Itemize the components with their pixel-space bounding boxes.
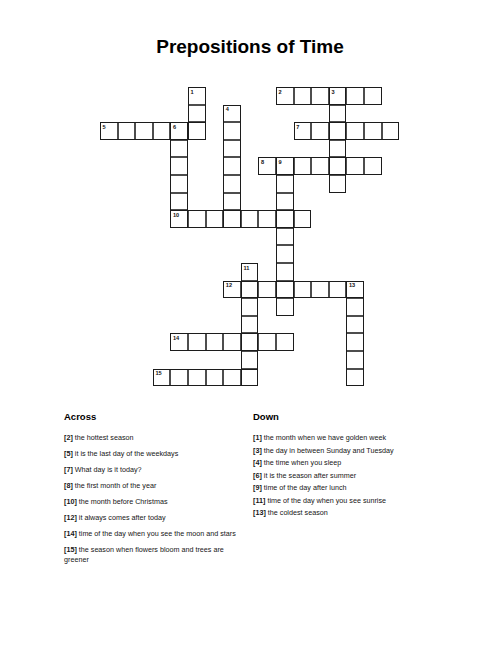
- cell-r2c3[interactable]: [153, 122, 171, 140]
- cell-r10c8[interactable]: 11: [241, 263, 259, 281]
- cell-r13c14[interactable]: [346, 316, 364, 334]
- cell-r11c11[interactable]: [294, 281, 312, 299]
- clue-number-label: [7]: [64, 465, 73, 474]
- cell-r14c10[interactable]: [276, 333, 294, 351]
- cell-number-15: 15: [155, 370, 161, 376]
- cell-r12c10[interactable]: [276, 298, 294, 316]
- cell-r4c11[interactable]: [294, 157, 312, 175]
- clue-across-10: [10] the month before Christmas: [64, 497, 236, 507]
- cell-r5c4[interactable]: [170, 175, 188, 193]
- cell-number-5: 5: [103, 124, 106, 130]
- cell-r3c4[interactable]: [170, 140, 188, 158]
- cell-r2c15[interactable]: [364, 122, 382, 140]
- cell-r14c8[interactable]: [241, 333, 259, 351]
- cell-number-1: 1: [191, 89, 194, 95]
- clue-number-label: [11]: [253, 496, 265, 505]
- clue-down-3: [3] the day in between Sunday and Tuesda…: [253, 446, 439, 456]
- cell-r0c5[interactable]: 1: [188, 87, 206, 105]
- cell-r4c13[interactable]: [329, 157, 347, 175]
- cell-r7c6[interactable]: [206, 210, 224, 228]
- cell-r7c7[interactable]: [223, 210, 241, 228]
- cell-r7c8[interactable]: [241, 210, 259, 228]
- cell-r3c13[interactable]: [329, 140, 347, 158]
- cell-r12c14[interactable]: [346, 298, 364, 316]
- cell-r11c9[interactable]: [258, 281, 276, 299]
- clue-across-12: [12] it always comes after today: [64, 513, 236, 523]
- cell-r7c4[interactable]: 10: [170, 210, 188, 228]
- clue-down-11: [11] time of the day when you see sunris…: [253, 496, 439, 506]
- clue-number-label: [4]: [253, 458, 262, 467]
- cell-r16c5[interactable]: [188, 369, 206, 387]
- cell-r4c10[interactable]: 9: [276, 157, 294, 175]
- cell-r4c12[interactable]: [311, 157, 329, 175]
- cell-r11c10[interactable]: [276, 281, 294, 299]
- clue-number-label: [5]: [64, 449, 73, 458]
- across-clue-list: [2] the hottest season[5] it is the last…: [64, 433, 236, 564]
- cell-r13c8[interactable]: [241, 316, 259, 334]
- cell-r1c13[interactable]: [329, 105, 347, 123]
- clue-number-label: [9]: [253, 483, 262, 492]
- clue-number-label: [3]: [253, 446, 262, 455]
- cell-r5c10[interactable]: [276, 175, 294, 193]
- cell-r2c14[interactable]: [346, 122, 364, 140]
- cell-r0c10[interactable]: 2: [276, 87, 294, 105]
- cell-r4c14[interactable]: [346, 157, 364, 175]
- cell-r2c13[interactable]: [329, 122, 347, 140]
- clue-across-5: [5] it is the last day of the weekdays: [64, 449, 236, 459]
- across-header: Across: [64, 411, 236, 422]
- cell-r2c7[interactable]: [223, 122, 241, 140]
- cell-r7c10[interactable]: [276, 210, 294, 228]
- clue-down-13: [13] the coldest season: [253, 508, 439, 518]
- cell-number-8: 8: [261, 159, 264, 165]
- clue-across-8: [8] the first month of the year: [64, 481, 236, 491]
- cell-r2c2[interactable]: [135, 122, 153, 140]
- cell-r15c14[interactable]: [346, 351, 364, 369]
- cell-r16c8[interactable]: [241, 369, 259, 387]
- worksheet-page: Prepositions of Time 1234567891011121314…: [0, 0, 500, 647]
- cell-r7c5[interactable]: [188, 210, 206, 228]
- clue-number-label: [1]: [253, 433, 262, 442]
- cell-number-6: 6: [173, 124, 176, 130]
- cell-r2c16[interactable]: [382, 122, 400, 140]
- cell-r6c4[interactable]: [170, 193, 188, 211]
- cell-r11c14[interactable]: 13: [346, 281, 364, 299]
- clue-number-label: [8]: [64, 481, 73, 490]
- clue-down-9: [9] time of the day after lunch: [253, 483, 439, 493]
- cell-r4c9[interactable]: 8: [258, 157, 276, 175]
- clue-across-2: [2] the hottest season: [64, 433, 236, 443]
- clue-number-label: [10]: [64, 497, 77, 506]
- cell-r1c5[interactable]: [188, 105, 206, 123]
- clue-number-label: [14]: [64, 529, 77, 538]
- cell-r2c4[interactable]: 6: [170, 122, 188, 140]
- cell-r9c10[interactable]: [276, 245, 294, 263]
- cell-r0c12[interactable]: [311, 87, 329, 105]
- cell-r6c10[interactable]: [276, 193, 294, 211]
- cell-r11c8[interactable]: [241, 281, 259, 299]
- clue-across-7: [7] What day is it today?: [64, 465, 236, 475]
- clue-number-label: [13]: [253, 508, 266, 517]
- cell-r16c6[interactable]: [206, 369, 224, 387]
- cell-r0c13[interactable]: 3: [329, 87, 347, 105]
- clue-number-label: [12]: [64, 513, 77, 522]
- cell-r0c15[interactable]: [364, 87, 382, 105]
- clue-across-15: [15] the season when flowers bloom and t…: [64, 545, 236, 564]
- crossword-board: 123456789101112131415: [100, 87, 400, 387]
- clue-down-6: [6] it is the season after summer: [253, 471, 439, 481]
- cell-r11c13[interactable]: [329, 281, 347, 299]
- cell-number-11: 11: [243, 265, 249, 271]
- cell-r14c14[interactable]: [346, 333, 364, 351]
- cell-r15c8[interactable]: [241, 351, 259, 369]
- down-header: Down: [253, 411, 439, 422]
- cell-r16c3[interactable]: 15: [153, 369, 171, 387]
- cell-r16c14[interactable]: [346, 369, 364, 387]
- cell-r5c7[interactable]: [223, 175, 241, 193]
- cell-number-9: 9: [279, 159, 282, 165]
- clue-across-14: [14] time of the day when you see the mo…: [64, 529, 236, 539]
- cell-r7c11[interactable]: [294, 210, 312, 228]
- cell-number-4: 4: [226, 106, 229, 112]
- cell-r4c15[interactable]: [364, 157, 382, 175]
- cell-r12c8[interactable]: [241, 298, 259, 316]
- cell-r14c5[interactable]: [188, 333, 206, 351]
- cell-r2c11[interactable]: 7: [294, 122, 312, 140]
- clue-number-label: [2]: [64, 433, 73, 442]
- clue-number-label: [6]: [253, 471, 262, 480]
- cell-r4c4[interactable]: [170, 157, 188, 175]
- cell-number-7: 7: [296, 124, 299, 130]
- cell-number-14: 14: [173, 335, 179, 341]
- cell-r1c7[interactable]: 4: [223, 105, 241, 123]
- cell-number-3: 3: [331, 89, 334, 95]
- cell-r7c9[interactable]: [258, 210, 276, 228]
- cell-r11c7[interactable]: 12: [223, 281, 241, 299]
- cell-r16c4[interactable]: [170, 369, 188, 387]
- clue-down-1: [1] the month when we have golden week: [253, 433, 439, 443]
- cell-r0c14[interactable]: [346, 87, 364, 105]
- cell-r14c6[interactable]: [206, 333, 224, 351]
- cell-r5c13[interactable]: [329, 175, 347, 193]
- cell-r2c12[interactable]: [311, 122, 329, 140]
- across-clues-section: Across [2] the hottest season[5] it is t…: [64, 411, 236, 571]
- cell-r8c10[interactable]: [276, 228, 294, 246]
- down-clue-list: [1] the month when we have golden week[3…: [253, 433, 439, 518]
- cell-r2c1[interactable]: [118, 122, 136, 140]
- clue-down-4: [4] the time when you sleep: [253, 458, 439, 468]
- cell-r0c11[interactable]: [294, 87, 312, 105]
- clue-number-label: [15]: [64, 545, 77, 554]
- cell-r14c9[interactable]: [258, 333, 276, 351]
- cell-r10c10[interactable]: [276, 263, 294, 281]
- cell-r4c7[interactable]: [223, 157, 241, 175]
- cell-r2c0[interactable]: 5: [100, 122, 118, 140]
- cell-number-13: 13: [349, 282, 355, 288]
- cell-number-10: 10: [173, 212, 179, 218]
- cell-r11c12[interactable]: [311, 281, 329, 299]
- cell-r14c4[interactable]: 14: [170, 333, 188, 351]
- cell-number-2: 2: [279, 89, 282, 95]
- cell-number-12: 12: [226, 282, 232, 288]
- cell-r14c7[interactable]: [223, 333, 241, 351]
- page-title: Prepositions of Time: [0, 36, 500, 58]
- cell-r6c7[interactable]: [223, 193, 241, 211]
- cell-r2c5[interactable]: [188, 122, 206, 140]
- cell-r3c7[interactable]: [223, 140, 241, 158]
- cell-r16c7[interactable]: [223, 369, 241, 387]
- down-clues-section: Down [1] the month when we have golden w…: [253, 411, 439, 521]
